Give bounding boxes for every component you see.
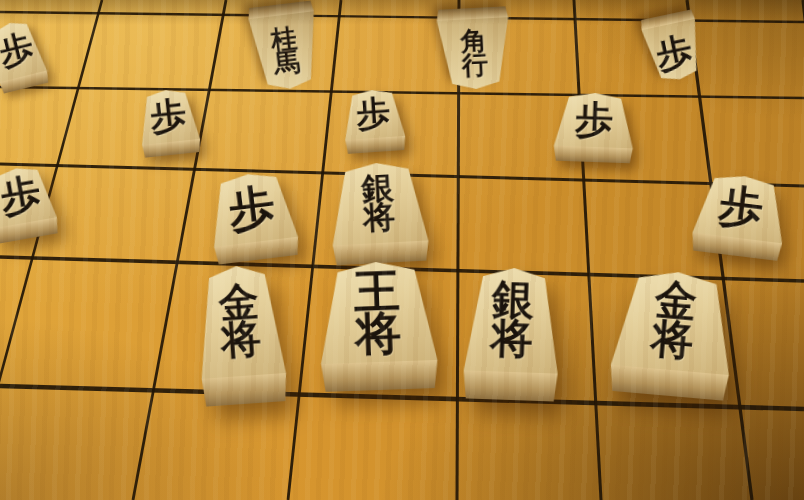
piece-kanji: 銀将	[361, 173, 396, 233]
piece-kanji: 歩	[575, 102, 614, 138]
piece-face: 歩	[135, 87, 202, 145]
piece-face: 歩	[340, 88, 407, 140]
piece-kanji: 銀将	[490, 281, 535, 360]
piece-face: 歩	[551, 92, 637, 149]
piece-kanji: 歩	[149, 98, 188, 135]
shogi-piece-king-near[interactable]: 王将	[314, 260, 442, 392]
piece-kanji: 歩	[653, 32, 695, 72]
shogi-piece-gold-near-b[interactable]: 金将	[605, 267, 741, 402]
piece-kanji: 王将	[353, 269, 402, 355]
piece-kanji: 桂馬	[270, 27, 302, 78]
piece-face: 角行	[435, 17, 515, 91]
shogi-piece-pawn-near-c[interactable]: 歩	[340, 88, 408, 154]
piece-front-edge	[460, 370, 561, 401]
shogi-piece-pawn-near-b[interactable]: 歩	[135, 87, 203, 158]
piece-face: 桂馬	[246, 11, 324, 93]
piece-face: 王将	[314, 260, 441, 364]
piece-face: 歩	[640, 18, 708, 85]
shogi-piece-pawn-near-d[interactable]: 歩	[551, 92, 637, 164]
piece-face: 歩	[203, 169, 301, 247]
piece-kanji: 金将	[650, 281, 699, 362]
shogi-piece-silver-near-a[interactable]: 銀将	[325, 160, 432, 265]
shogi-piece-gold-near-a[interactable]: 金将	[191, 263, 290, 407]
piece-front-edge	[317, 360, 442, 392]
shogi-piece-silver-near-b[interactable]: 銀将	[460, 266, 565, 401]
piece-kanji: 歩	[717, 184, 766, 230]
piece-face: 歩	[690, 170, 793, 243]
shogi-piece-pawn-near-f[interactable]: 歩	[203, 169, 303, 265]
shogi-board-photo: 歩桂馬角行歩歩歩歩歩歩銀将歩金将王将銀将金将	[0, 0, 804, 500]
piece-face: 銀将	[325, 160, 431, 245]
grid-v-line	[574, 0, 601, 500]
piece-kanji: 角行	[460, 29, 488, 78]
piece-face: 銀将	[461, 266, 565, 373]
piece-face: 金将	[607, 267, 741, 376]
shogi-piece-pawn-near-g[interactable]: 歩	[687, 170, 792, 261]
piece-kanji: 歩	[355, 97, 391, 131]
piece-kanji: 歩	[0, 174, 44, 217]
shogi-piece-bishop-far[interactable]: 角行	[434, 6, 514, 91]
piece-kanji: 金将	[218, 283, 263, 359]
piece-kanji: 歩	[226, 184, 277, 232]
piece-face: 金将	[191, 263, 288, 379]
piece-front-edge	[551, 146, 635, 164]
piece-kanji: 歩	[0, 30, 37, 69]
shogi-piece-knight-far[interactable]: 桂馬	[245, 0, 325, 93]
